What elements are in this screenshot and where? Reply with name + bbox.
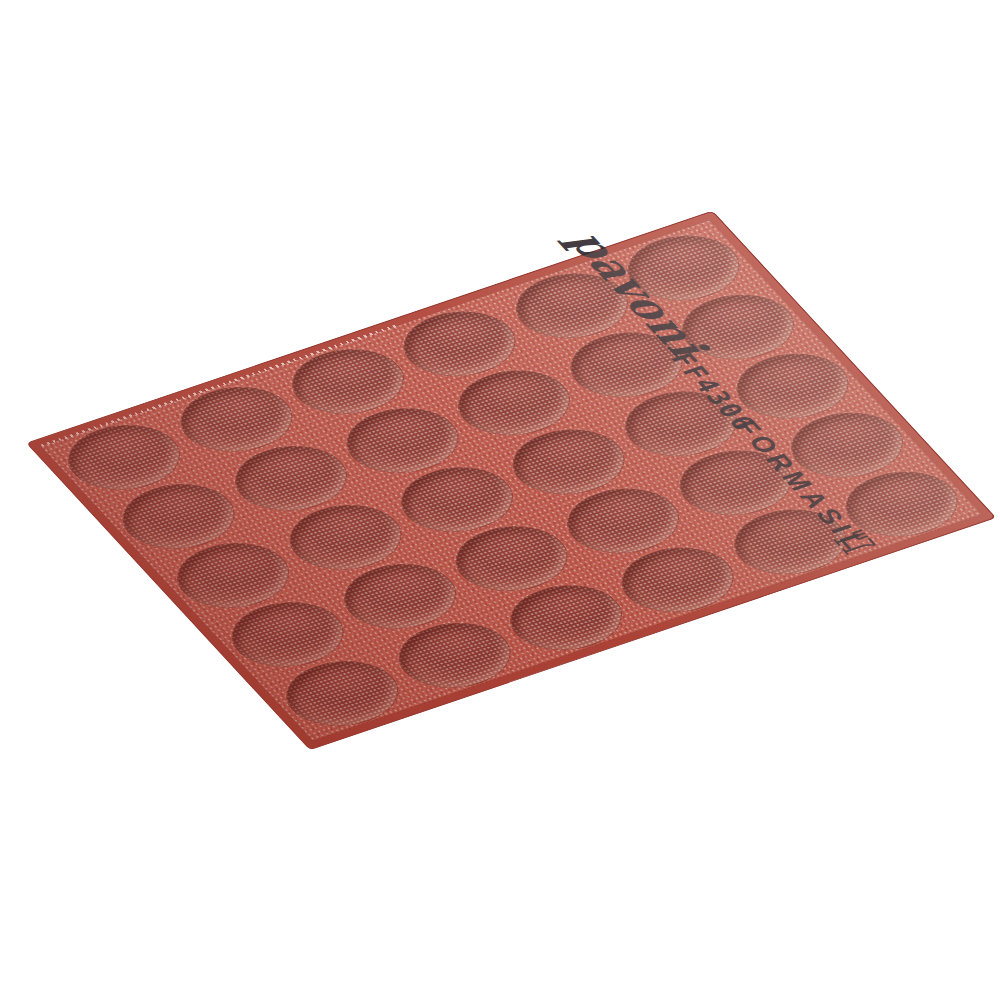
silicone-baking-mat: pavoni FF4306 FORMASIL	[26, 211, 996, 751]
product-photo: pavoni FF4306 FORMASIL	[0, 0, 1000, 1000]
